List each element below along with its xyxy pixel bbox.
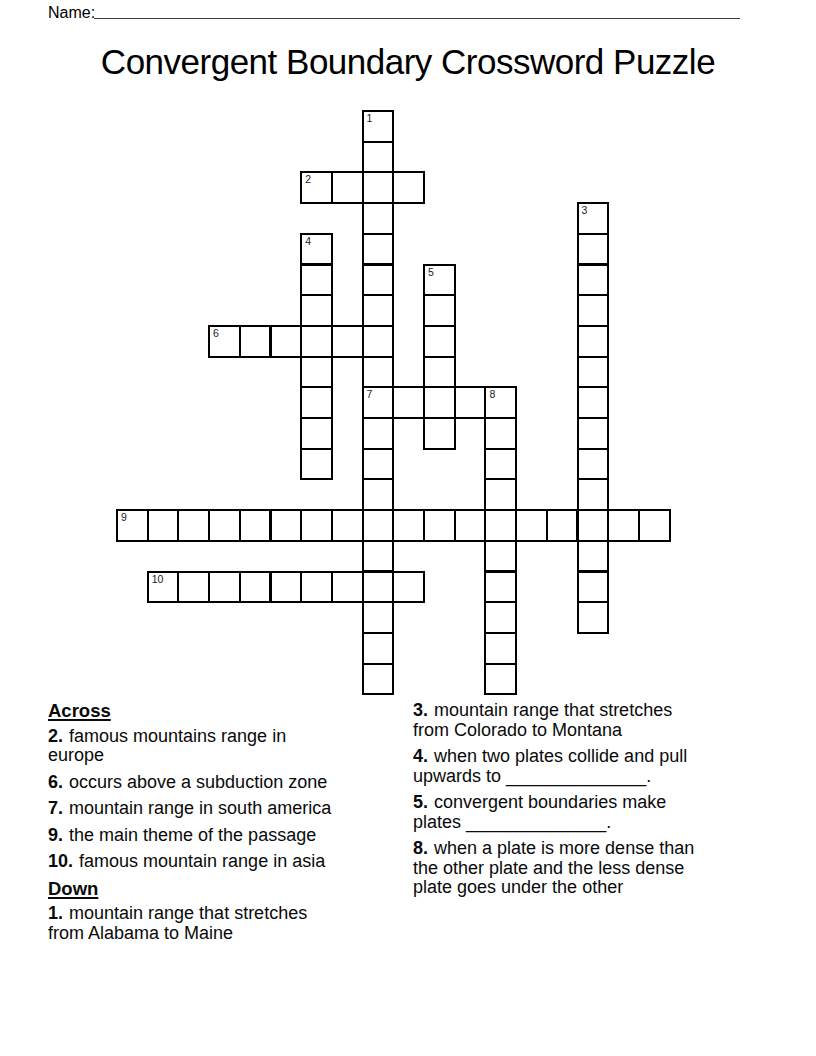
grid-cell[interactable]	[239, 571, 272, 604]
clue-number: 10	[152, 574, 164, 585]
grid-cell[interactable]: 10	[147, 571, 180, 604]
clue-text: mountain range that stretches from Alaba…	[48, 903, 307, 943]
grid-cell[interactable]	[270, 325, 303, 358]
down-clue-list-left: 1.mountain range that stretches from Ala…	[48, 904, 340, 943]
grid-cell[interactable]	[423, 509, 456, 542]
grid-cell[interactable]	[577, 417, 610, 450]
grid-cell[interactable]	[577, 601, 610, 634]
clue-list-number: 7.	[48, 798, 63, 818]
down-clue: 4.when two plates collide and pull upwar…	[413, 747, 713, 786]
grid-cell[interactable]	[577, 478, 610, 511]
grid-cell[interactable]	[300, 448, 333, 481]
grid-cell[interactable]	[577, 264, 610, 297]
clue-number: 9	[121, 512, 127, 523]
grid-cell[interactable]	[577, 509, 610, 542]
grid-cell[interactable]	[300, 509, 333, 542]
across-clue: 6.occurs above a subduction zone	[48, 773, 340, 793]
crossword-grid: 12345678910	[116, 110, 672, 696]
grid-cell[interactable]: 8	[484, 386, 517, 419]
across-clue-list: 2.famous mountains range in europe6.occu…	[48, 727, 340, 872]
grid-cell[interactable]	[362, 540, 395, 573]
across-clue: 10.famous mountain range in asia	[48, 852, 340, 872]
clue-text: the main theme of the passage	[69, 825, 316, 845]
grid-cell[interactable]: 2	[300, 171, 333, 204]
grid-cell[interactable]	[423, 356, 456, 389]
grid-cell[interactable]	[208, 509, 241, 542]
grid-cell[interactable]	[484, 601, 517, 634]
clue-text: when a plate is more dense than the othe…	[413, 838, 694, 897]
grid-cell[interactable]	[515, 509, 548, 542]
clue-list-number: 2.	[48, 726, 63, 746]
grid-cell[interactable]	[423, 386, 456, 419]
grid-cell[interactable]	[300, 325, 333, 358]
name-label: Name:	[48, 4, 95, 22]
grid-cell[interactable]	[392, 571, 425, 604]
name-fill-line[interactable]	[94, 2, 740, 19]
clue-text: famous mountain range in asia	[79, 851, 325, 871]
grid-cell[interactable]	[577, 325, 610, 358]
grid-cell[interactable]	[331, 171, 364, 204]
clue-number: 1	[367, 113, 373, 124]
grid-cell[interactable]	[454, 509, 487, 542]
grid-cell[interactable]	[392, 509, 425, 542]
grid-cell[interactable]	[239, 325, 272, 358]
grid-cell[interactable]	[300, 264, 333, 297]
clue-number: 5	[428, 267, 434, 278]
clue-number: 2	[305, 174, 311, 185]
clue-text: mountain range that stretches from Color…	[413, 700, 672, 740]
grid-cell[interactable]: 5	[423, 264, 456, 297]
down-clue: 8.when a plate is more dense than the ot…	[413, 839, 713, 898]
grid-cell[interactable]	[208, 571, 241, 604]
crossword-worksheet: { "page": { "name_label": "Name:", "titl…	[0, 0, 816, 1056]
grid-cell[interactable]	[484, 632, 517, 665]
clue-list-number: 10.	[48, 851, 73, 871]
grid-cell[interactable]	[362, 632, 395, 665]
grid-cell[interactable]	[177, 509, 210, 542]
grid-cell[interactable]	[484, 540, 517, 573]
grid-cell[interactable]	[362, 601, 395, 634]
grid-cell[interactable]	[300, 356, 333, 389]
grid-cell[interactable]	[331, 325, 364, 358]
grid-cell[interactable]	[362, 356, 395, 389]
grid-cell[interactable]	[362, 663, 395, 696]
grid-cell[interactable]: 1	[362, 110, 395, 143]
down-clue: 3.mountain range that stretches from Col…	[413, 701, 713, 740]
grid-cell[interactable]	[300, 417, 333, 450]
grid-cell[interactable]	[362, 264, 395, 297]
down-clue: 1.mountain range that stretches from Ala…	[48, 904, 340, 943]
grid-cell[interactable]	[607, 509, 640, 542]
grid-cell[interactable]	[392, 386, 425, 419]
down-clue: 5.convergent boundaries make plates ____…	[413, 793, 713, 832]
clue-text: when two plates collide and pull upwards…	[413, 746, 687, 786]
across-heading: Across	[48, 701, 340, 721]
grid-cell[interactable]	[362, 294, 395, 327]
clue-number: 3	[582, 205, 588, 216]
clue-number: 6	[213, 328, 219, 339]
grid-cell[interactable]	[577, 386, 610, 419]
grid-cell[interactable]	[300, 571, 333, 604]
grid-cell[interactable]	[362, 478, 395, 511]
grid-cell[interactable]	[423, 294, 456, 327]
clue-list-number: 9.	[48, 825, 63, 845]
clue-number: 4	[305, 236, 311, 247]
grid-cell[interactable]: 6	[208, 325, 241, 358]
grid-cell[interactable]: 9	[116, 509, 149, 542]
clue-list-number: 5.	[413, 792, 428, 812]
grid-cell[interactable]: 3	[577, 202, 610, 235]
grid-cell[interactable]	[300, 386, 333, 419]
grid-cell[interactable]	[484, 417, 517, 450]
grid-cell[interactable]	[577, 571, 610, 604]
clue-list-number: 4.	[413, 746, 428, 766]
clue-number: 7	[367, 389, 373, 400]
grid-cell[interactable]	[362, 509, 395, 542]
grid-cell[interactable]	[484, 478, 517, 511]
across-clue: 2.famous mountains range in europe	[48, 727, 340, 766]
grid-cell[interactable]	[546, 509, 579, 542]
grid-cell[interactable]	[239, 509, 272, 542]
grid-cell[interactable]	[300, 294, 333, 327]
clue-list-number: 3.	[413, 700, 428, 720]
clue-text: mountain range in south america	[69, 798, 331, 818]
clue-column-right: 3.mountain range that stretches from Col…	[413, 701, 713, 905]
grid-cell[interactable]	[270, 509, 303, 542]
clue-list-number: 8.	[413, 838, 428, 858]
grid-cell[interactable]: 7	[362, 386, 395, 419]
grid-cell[interactable]	[484, 448, 517, 481]
grid-cell[interactable]	[577, 233, 610, 266]
grid-cell[interactable]	[484, 509, 517, 542]
grid-cell[interactable]	[423, 325, 456, 358]
grid-cell[interactable]	[362, 417, 395, 450]
grid-cell[interactable]: 4	[300, 233, 333, 266]
clue-column-left: Across 2.famous mountains range in europ…	[48, 701, 340, 950]
across-clue: 7.mountain range in south america	[48, 799, 340, 819]
down-heading: Down	[48, 879, 340, 899]
grid-cell[interactable]	[362, 202, 395, 235]
clue-number: 8	[489, 389, 495, 400]
grid-cell[interactable]	[362, 171, 395, 204]
grid-cell[interactable]	[577, 448, 610, 481]
clue-text: occurs above a subduction zone	[69, 772, 327, 792]
grid-cell[interactable]	[177, 571, 210, 604]
clue-list-number: 1.	[48, 903, 63, 923]
grid-cell[interactable]	[484, 571, 517, 604]
grid-cell[interactable]	[362, 448, 395, 481]
grid-cell[interactable]	[577, 540, 610, 573]
grid-cell[interactable]	[638, 509, 671, 542]
grid-cell[interactable]	[331, 509, 364, 542]
grid-cell[interactable]	[454, 386, 487, 419]
grid-cell[interactable]	[423, 417, 456, 450]
grid-cell[interactable]	[270, 571, 303, 604]
clue-text: convergent boundaries make plates ______…	[413, 792, 666, 832]
grid-cell[interactable]	[362, 325, 395, 358]
down-clue-list-right: 3.mountain range that stretches from Col…	[413, 701, 713, 898]
clue-text: famous mountains range in europe	[48, 726, 286, 766]
grid-cell[interactable]	[331, 571, 364, 604]
grid-cell[interactable]	[362, 571, 395, 604]
grid-cell[interactable]	[484, 663, 517, 696]
grid-cell[interactable]	[147, 509, 180, 542]
across-clue: 9.the main theme of the passage	[48, 826, 340, 846]
clue-list-number: 6.	[48, 772, 63, 792]
page-title: Convergent Boundary Crossword Puzzle	[0, 42, 816, 82]
grid-cell[interactable]	[577, 294, 610, 327]
grid-cell[interactable]	[577, 356, 610, 389]
grid-cell[interactable]	[362, 141, 395, 174]
grid-cell[interactable]	[392, 171, 425, 204]
grid-cell[interactable]	[362, 233, 395, 266]
